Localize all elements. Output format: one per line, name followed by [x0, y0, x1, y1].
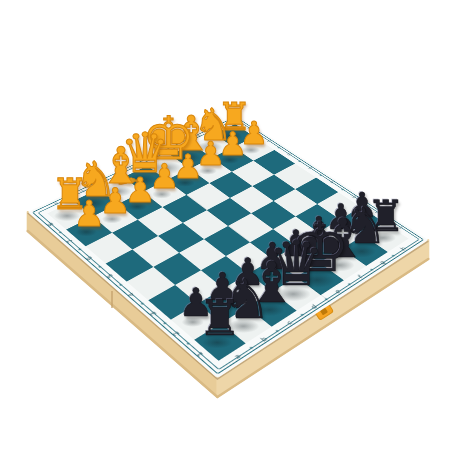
pieces-layer: ♜♞♟♝♟♚♟♛♟♝♟♞♟♜♟♟♟♟♜♟♞♟♝♟♚♟♛♟♝♟♞♜♟ — [0, 0, 450, 450]
piece-black-rook-a1[interactable]: ♜ — [198, 294, 242, 343]
scene: aabbccddeeffgghh1122334455667788◆◆◆◆◆◆◆◆… — [0, 0, 450, 450]
piece-yellow-pawn-a7[interactable]: ♟ — [73, 197, 105, 233]
